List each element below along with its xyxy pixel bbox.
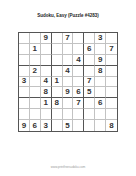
- cell-r9c2[interactable]: 6: [30, 120, 41, 131]
- cell-r1c8[interactable]: 3: [95, 33, 106, 44]
- cell-r7c3[interactable]: 1: [41, 98, 52, 109]
- cell-r6c9[interactable]: [106, 87, 117, 98]
- cell-r5c9[interactable]: [106, 77, 117, 88]
- cell-r9c7[interactable]: [84, 120, 95, 131]
- cell-r7c1[interactable]: [19, 98, 30, 109]
- cell-r3c9[interactable]: [106, 55, 117, 66]
- cell-r6c1[interactable]: [19, 87, 30, 98]
- cell-r3c6[interactable]: 4: [73, 55, 84, 66]
- cell-r2c4[interactable]: [52, 44, 63, 55]
- cell-r2c1[interactable]: [19, 44, 30, 55]
- cell-r4c6[interactable]: [73, 66, 84, 77]
- cell-r5c3[interactable]: 4: [41, 77, 52, 88]
- sudoku-page: Sudoku, Easy (Puzzle #4283) 973167492483…: [0, 0, 136, 176]
- cell-r3c3[interactable]: [41, 55, 52, 66]
- cell-r5c6[interactable]: [73, 77, 84, 88]
- cell-r8c1[interactable]: [19, 109, 30, 120]
- cell-r5c5[interactable]: [63, 77, 74, 88]
- cell-r1c3[interactable]: 9: [41, 33, 52, 44]
- cell-r4c7[interactable]: [84, 66, 95, 77]
- cell-r7c8[interactable]: 6: [95, 98, 106, 109]
- cell-r9c4[interactable]: [52, 120, 63, 131]
- cell-r4c5[interactable]: 4: [63, 66, 74, 77]
- cell-r2c5[interactable]: [63, 44, 74, 55]
- cell-r8c4[interactable]: [52, 109, 63, 120]
- cell-r8c2[interactable]: [30, 109, 41, 120]
- cell-r9c1[interactable]: 9: [19, 120, 30, 131]
- cell-r4c9[interactable]: [106, 66, 117, 77]
- cell-r3c5[interactable]: [63, 55, 74, 66]
- cell-r5c7[interactable]: 7: [84, 77, 95, 88]
- cell-r1c1[interactable]: [19, 33, 30, 44]
- cell-r2c7[interactable]: 6: [84, 44, 95, 55]
- cell-r9c5[interactable]: 5: [63, 120, 74, 131]
- cell-r8c5[interactable]: [63, 109, 74, 120]
- cell-r9c9[interactable]: 8: [106, 120, 117, 131]
- cell-r1c7[interactable]: [84, 33, 95, 44]
- cell-r3c2[interactable]: [30, 55, 41, 66]
- cell-r2c9[interactable]: 7: [106, 44, 117, 55]
- cell-r8c3[interactable]: [41, 109, 52, 120]
- cell-r4c2[interactable]: 2: [30, 66, 41, 77]
- cell-r8c9[interactable]: [106, 109, 117, 120]
- cell-r4c4[interactable]: [52, 66, 63, 77]
- cell-r5c1[interactable]: 3: [19, 77, 30, 88]
- cell-r1c2[interactable]: [30, 33, 41, 44]
- cell-r3c1[interactable]: [19, 55, 30, 66]
- cell-r7c2[interactable]: [30, 98, 41, 109]
- cell-r6c7[interactable]: 5: [84, 87, 95, 98]
- cell-r9c8[interactable]: [95, 120, 106, 131]
- cell-r1c4[interactable]: [52, 33, 63, 44]
- cell-r8c7[interactable]: [84, 109, 95, 120]
- cell-r4c8[interactable]: 8: [95, 66, 106, 77]
- cell-r3c7[interactable]: [84, 55, 95, 66]
- cell-r8c8[interactable]: [95, 109, 106, 120]
- cell-r6c6[interactable]: 6: [73, 87, 84, 98]
- cell-r2c3[interactable]: [41, 44, 52, 55]
- cell-r1c5[interactable]: 7: [63, 33, 74, 44]
- page-title: Sudoku, Easy (Puzzle #4283): [0, 13, 136, 18]
- cell-r6c5[interactable]: 9: [63, 87, 74, 98]
- cell-r7c6[interactable]: 7: [73, 98, 84, 109]
- cell-r6c8[interactable]: [95, 87, 106, 98]
- cell-r3c8[interactable]: 9: [95, 55, 106, 66]
- cell-r7c4[interactable]: 8: [52, 98, 63, 109]
- cell-r5c8[interactable]: [95, 77, 106, 88]
- cell-r7c7[interactable]: [84, 98, 95, 109]
- cell-r6c2[interactable]: [30, 87, 41, 98]
- cell-r2c6[interactable]: [73, 44, 84, 55]
- cell-r9c3[interactable]: 3: [41, 120, 52, 131]
- cell-r8c6[interactable]: [73, 109, 84, 120]
- sudoku-board: 9731674924834178965187696358: [18, 32, 118, 132]
- cell-r2c2[interactable]: 1: [30, 44, 41, 55]
- cell-r5c2[interactable]: [30, 77, 41, 88]
- cell-r2c8[interactable]: [95, 44, 106, 55]
- cell-r6c4[interactable]: [52, 87, 63, 98]
- footer-url: www.printfreesudoku.com: [0, 165, 136, 169]
- cell-r7c9[interactable]: [106, 98, 117, 109]
- cell-r9c6[interactable]: [73, 120, 84, 131]
- cell-r3c4[interactable]: [52, 55, 63, 66]
- cell-r1c6[interactable]: [73, 33, 84, 44]
- cell-r4c1[interactable]: [19, 66, 30, 77]
- cell-r7c5[interactable]: [63, 98, 74, 109]
- cell-r1c9[interactable]: [106, 33, 117, 44]
- cell-r4c3[interactable]: [41, 66, 52, 77]
- cell-r5c4[interactable]: 1: [52, 77, 63, 88]
- cell-r6c3[interactable]: 8: [41, 87, 52, 98]
